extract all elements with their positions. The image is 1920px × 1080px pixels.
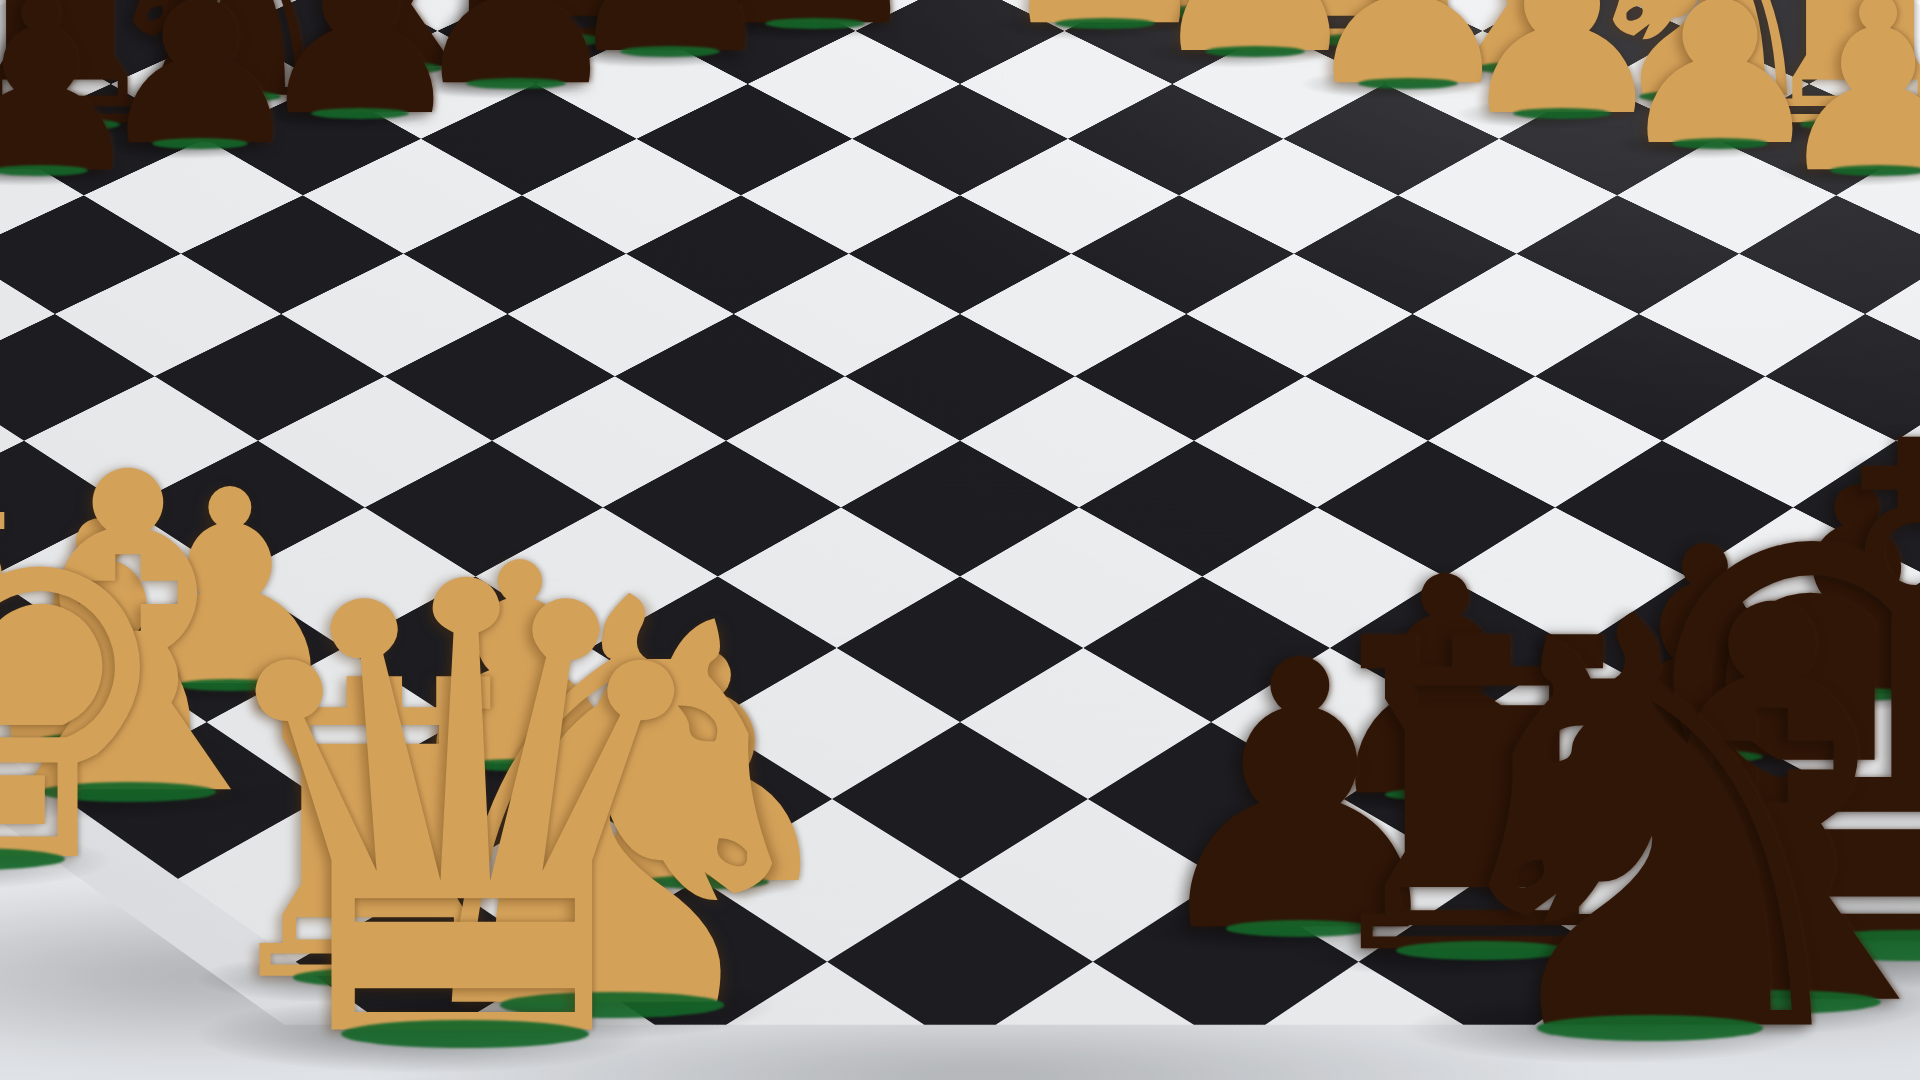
green-felt-base [466,78,565,89]
green-felt-base [311,108,409,119]
scene: ♚♚♟♟♛♛♟♟♝♝♟♟♞♞♟♟♜♜♟♟♟♟♟♟♟♟♟♝♟♚♟♟♜♚♜♝♞♞♛ [0,0,1920,1080]
green-felt-base [152,138,249,149]
green-felt-base [1672,138,1769,149]
pieces-layer: ♚♚♟♟♛♛♟♟♝♝♟♟♞♞♟♟♜♜♟♟♟♟♟♟♟♟♟♝♟♚♟♟♜♚♜♝♞♞♛ [0,0,1920,1080]
green-felt-base [1055,18,1156,29]
dark-knight-glyph: ♞ [1397,546,1904,1080]
green-felt-base [1358,78,1457,89]
green-felt-base [1830,165,1920,176]
green-felt-base [341,1020,589,1048]
green-felt-base [1537,1015,1763,1040]
green-felt-base [1513,108,1611,119]
green-felt-base [1205,46,1305,57]
green-felt-base [620,46,720,57]
light-queen-glyph: ♛ [187,506,743,1080]
